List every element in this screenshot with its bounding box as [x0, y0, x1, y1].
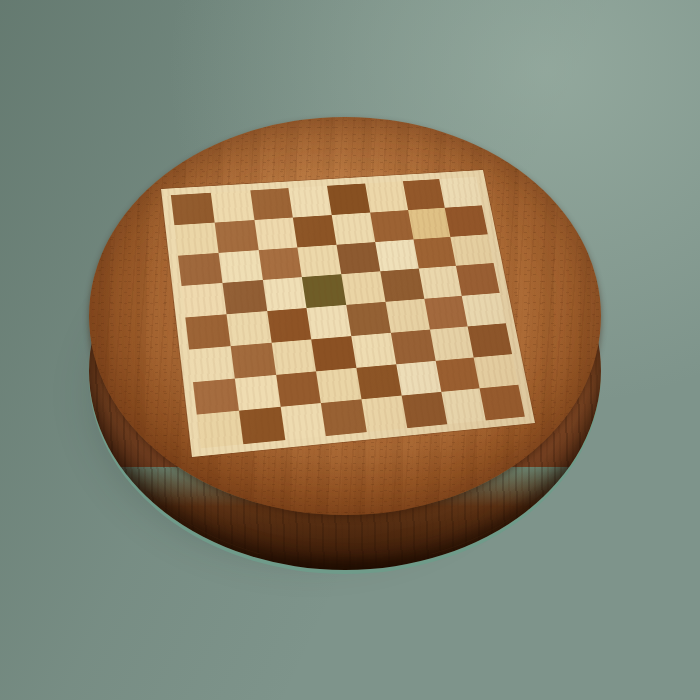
square-g2 — [435, 357, 480, 392]
square-h3 — [468, 323, 512, 357]
square-c7 — [254, 217, 298, 249]
square-c6 — [258, 247, 302, 280]
square-g7 — [408, 208, 451, 240]
square-b6 — [218, 250, 262, 283]
square-c8 — [250, 188, 293, 220]
square-b3 — [230, 343, 275, 379]
square-f8 — [365, 181, 408, 212]
square-f5 — [380, 269, 424, 302]
square-c5 — [262, 277, 306, 311]
square-g8 — [402, 179, 445, 210]
square-a6 — [178, 253, 222, 287]
square-h4 — [462, 293, 506, 326]
square-b4 — [226, 311, 271, 346]
square-e7 — [332, 212, 375, 244]
square-a7 — [174, 222, 218, 255]
square-d7 — [293, 215, 336, 247]
square-e5 — [341, 272, 385, 305]
square-a2 — [193, 378, 239, 415]
square-g4 — [424, 296, 468, 330]
square-g6 — [413, 237, 456, 269]
square-h5 — [456, 263, 499, 296]
square-e3 — [351, 333, 396, 368]
square-d1 — [321, 399, 367, 436]
square-f7 — [370, 210, 413, 242]
chess-board-inlay — [161, 170, 535, 457]
square-f1 — [401, 392, 446, 428]
square-f4 — [385, 299, 429, 333]
square-e1 — [362, 396, 407, 432]
square-f3 — [391, 329, 436, 364]
square-h7 — [445, 205, 488, 236]
square-b8 — [211, 190, 254, 222]
square-f2 — [396, 361, 441, 396]
square-b7 — [214, 220, 258, 253]
square-c1 — [280, 403, 326, 440]
square-g3 — [429, 326, 473, 360]
square-e2 — [356, 364, 401, 400]
square-h1 — [480, 385, 525, 420]
square-a4 — [185, 314, 230, 349]
square-d6 — [298, 244, 342, 277]
square-g5 — [418, 266, 462, 299]
square-h8 — [439, 177, 481, 208]
square-h6 — [451, 234, 494, 266]
square-d4 — [307, 305, 352, 339]
square-e4 — [346, 302, 390, 336]
square-b1 — [239, 407, 285, 444]
square-c4 — [267, 308, 312, 343]
square-g1 — [441, 388, 486, 424]
square-a5 — [182, 283, 227, 317]
square-b5 — [222, 280, 266, 314]
square-h2 — [474, 354, 519, 389]
square-e6 — [336, 242, 380, 275]
square-c3 — [271, 339, 316, 374]
square-a3 — [189, 346, 234, 382]
square-e8 — [327, 184, 370, 215]
square-d2 — [316, 367, 361, 403]
square-c2 — [276, 371, 321, 407]
square-d8 — [289, 186, 332, 218]
square-f6 — [375, 239, 418, 271]
square-d5 — [302, 274, 346, 308]
photo-scene — [0, 0, 700, 700]
square-b2 — [235, 375, 281, 411]
square-d3 — [311, 336, 356, 371]
square-a1 — [197, 411, 243, 448]
chess-board-grid — [171, 177, 525, 449]
square-a8 — [171, 193, 215, 225]
